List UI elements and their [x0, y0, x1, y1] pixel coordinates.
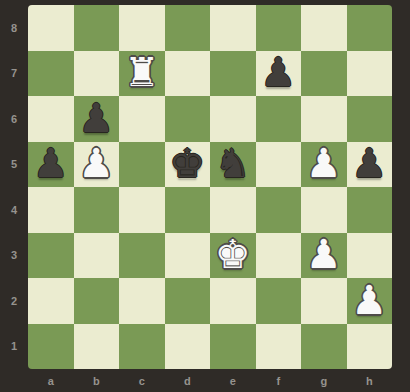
square-d5[interactable]: ♚	[165, 142, 211, 188]
file-label-d: d	[165, 369, 211, 392]
piece-black-pawn[interactable]: ♟	[351, 143, 387, 183]
piece-black-pawn[interactable]: ♟	[33, 143, 69, 183]
square-a5[interactable]: ♟	[28, 142, 74, 188]
file-label-e: e	[210, 369, 256, 392]
square-g5[interactable]: ♟	[301, 142, 347, 188]
rank-label-2: 2	[0, 278, 28, 324]
chess-board: ♜♟♟♟♟♚♞♟♟♚♟♟	[28, 5, 392, 369]
piece-white-king[interactable]: ♚	[215, 234, 251, 274]
square-a3[interactable]	[28, 233, 74, 279]
square-g6[interactable]	[301, 96, 347, 142]
square-h4[interactable]	[347, 187, 393, 233]
square-a8[interactable]	[28, 5, 74, 51]
square-e3[interactable]: ♚	[210, 233, 256, 279]
square-e6[interactable]	[210, 96, 256, 142]
rank-label-5: 5	[0, 142, 28, 188]
square-f4[interactable]	[256, 187, 302, 233]
square-c2[interactable]	[119, 278, 165, 324]
square-e2[interactable]	[210, 278, 256, 324]
square-h5[interactable]: ♟	[347, 142, 393, 188]
square-e4[interactable]	[210, 187, 256, 233]
square-e1[interactable]	[210, 324, 256, 370]
square-e8[interactable]	[210, 5, 256, 51]
piece-white-pawn[interactable]: ♟	[351, 280, 387, 320]
square-d6[interactable]	[165, 96, 211, 142]
piece-black-pawn[interactable]: ♟	[78, 98, 114, 138]
file-label-h: h	[347, 369, 393, 392]
file-label-b: b	[74, 369, 120, 392]
square-c3[interactable]	[119, 233, 165, 279]
square-b6[interactable]: ♟	[74, 96, 120, 142]
square-b5[interactable]: ♟	[74, 142, 120, 188]
file-label-f: f	[256, 369, 302, 392]
square-b3[interactable]	[74, 233, 120, 279]
rank-label-6: 6	[0, 96, 28, 142]
piece-white-pawn[interactable]: ♟	[306, 143, 342, 183]
square-f3[interactable]	[256, 233, 302, 279]
square-c1[interactable]	[119, 324, 165, 370]
square-d7[interactable]	[165, 51, 211, 97]
square-b1[interactable]	[74, 324, 120, 370]
square-h2[interactable]: ♟	[347, 278, 393, 324]
square-e7[interactable]	[210, 51, 256, 97]
square-b8[interactable]	[74, 5, 120, 51]
square-g7[interactable]	[301, 51, 347, 97]
piece-black-king[interactable]: ♚	[169, 143, 205, 183]
piece-white-pawn[interactable]: ♟	[78, 143, 114, 183]
square-g8[interactable]	[301, 5, 347, 51]
square-f7[interactable]: ♟	[256, 51, 302, 97]
square-h7[interactable]	[347, 51, 393, 97]
square-g4[interactable]	[301, 187, 347, 233]
square-a2[interactable]	[28, 278, 74, 324]
rank-label-1: 1	[0, 324, 28, 370]
piece-black-pawn[interactable]: ♟	[260, 52, 296, 92]
piece-white-pawn[interactable]: ♟	[306, 234, 342, 274]
rank-label-8: 8	[0, 5, 28, 51]
square-b2[interactable]	[74, 278, 120, 324]
file-label-a: a	[28, 369, 74, 392]
file-label-g: g	[301, 369, 347, 392]
square-f8[interactable]	[256, 5, 302, 51]
file-label-c: c	[119, 369, 165, 392]
square-b7[interactable]	[74, 51, 120, 97]
square-g1[interactable]	[301, 324, 347, 370]
square-f1[interactable]	[256, 324, 302, 370]
square-a4[interactable]	[28, 187, 74, 233]
square-h1[interactable]	[347, 324, 393, 370]
square-d2[interactable]	[165, 278, 211, 324]
square-e5[interactable]: ♞	[210, 142, 256, 188]
square-c8[interactable]	[119, 5, 165, 51]
piece-black-knight[interactable]: ♞	[215, 143, 251, 183]
square-a1[interactable]	[28, 324, 74, 370]
square-b4[interactable]	[74, 187, 120, 233]
chess-app-stage: ♜♟♟♟♟♚♞♟♟♚♟♟ 87654321 abcdefgh	[0, 0, 410, 392]
square-c5[interactable]	[119, 142, 165, 188]
rank-label-4: 4	[0, 187, 28, 233]
square-d1[interactable]	[165, 324, 211, 370]
piece-white-rook[interactable]: ♜	[124, 52, 160, 92]
square-h3[interactable]	[347, 233, 393, 279]
square-f5[interactable]	[256, 142, 302, 188]
square-h6[interactable]	[347, 96, 393, 142]
square-c4[interactable]	[119, 187, 165, 233]
square-f2[interactable]	[256, 278, 302, 324]
square-g3[interactable]: ♟	[301, 233, 347, 279]
square-a6[interactable]	[28, 96, 74, 142]
square-d8[interactable]	[165, 5, 211, 51]
rank-label-7: 7	[0, 51, 28, 97]
square-a7[interactable]	[28, 51, 74, 97]
square-f6[interactable]	[256, 96, 302, 142]
square-d3[interactable]	[165, 233, 211, 279]
square-c6[interactable]	[119, 96, 165, 142]
square-g2[interactable]	[301, 278, 347, 324]
rank-label-3: 3	[0, 233, 28, 279]
square-c7[interactable]: ♜	[119, 51, 165, 97]
square-d4[interactable]	[165, 187, 211, 233]
square-h8[interactable]	[347, 5, 393, 51]
